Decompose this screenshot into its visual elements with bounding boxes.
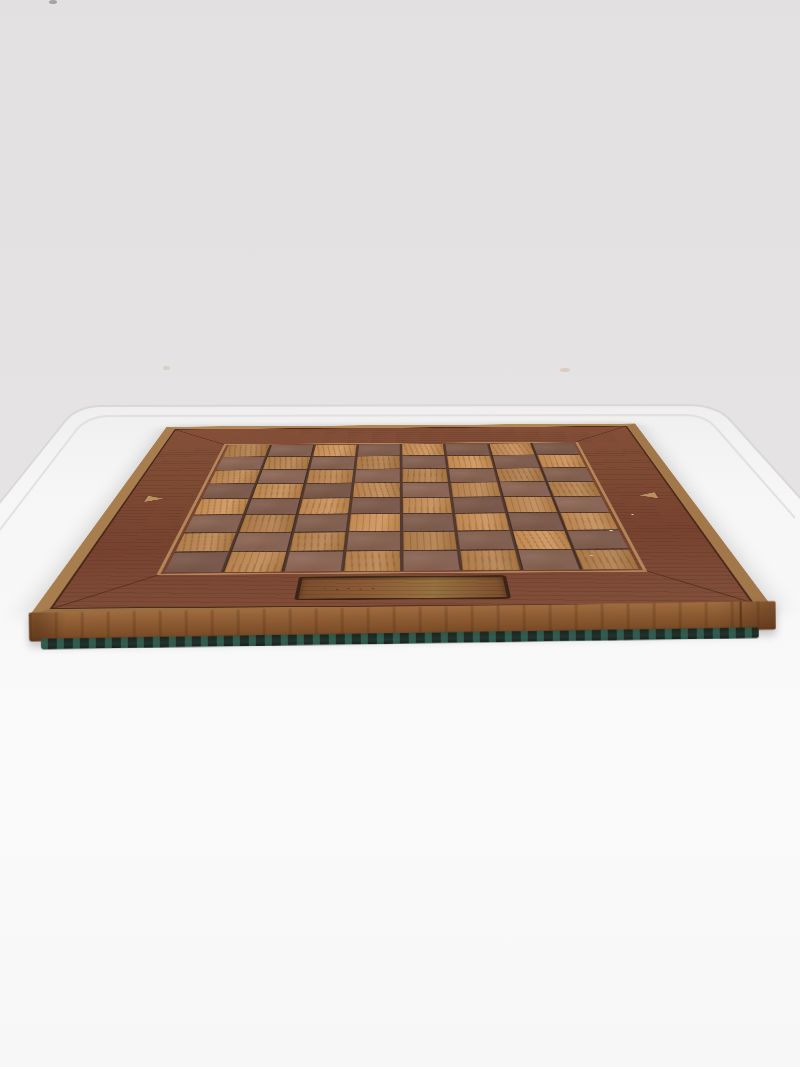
- illegible-stamp: [319, 587, 384, 592]
- board-square[interactable]: [298, 498, 349, 514]
- board-square[interactable]: [403, 514, 454, 531]
- board-square[interactable]: [225, 552, 286, 572]
- wood-seam: [740, 601, 742, 630]
- board-square[interactable]: [492, 455, 539, 467]
- board-square[interactable]: [310, 457, 355, 469]
- checkerboard-grid: [165, 443, 639, 572]
- board-square[interactable]: [175, 533, 235, 551]
- board-square[interactable]: [351, 498, 400, 514]
- board-square[interactable]: [210, 470, 260, 483]
- board-square[interactable]: [402, 456, 446, 468]
- board-square[interactable]: [223, 445, 269, 457]
- board-square[interactable]: [194, 499, 249, 515]
- board-square[interactable]: [403, 531, 457, 549]
- board-square[interactable]: [246, 499, 299, 515]
- board-square[interactable]: [306, 469, 353, 482]
- board-square[interactable]: [344, 551, 400, 571]
- board-square[interactable]: [575, 549, 639, 569]
- board-square[interactable]: [499, 482, 550, 496]
- board-scene: [112, 208, 691, 787]
- board-square[interactable]: [513, 531, 571, 549]
- board-square[interactable]: [548, 482, 601, 496]
- board-square[interactable]: [165, 552, 229, 572]
- board-square[interactable]: [403, 498, 452, 514]
- board-square[interactable]: [403, 483, 450, 497]
- board-square[interactable]: [554, 497, 609, 512]
- right-triangle-inlay: [638, 492, 659, 498]
- board-square[interactable]: [453, 497, 504, 513]
- board-square[interactable]: [349, 514, 400, 531]
- board-square[interactable]: [252, 484, 303, 498]
- board-square[interactable]: [356, 456, 400, 468]
- board-square[interactable]: [560, 513, 618, 530]
- board-square[interactable]: [403, 469, 449, 482]
- board-square[interactable]: [496, 468, 545, 481]
- board-square[interactable]: [403, 551, 459, 571]
- board-square[interactable]: [458, 531, 514, 549]
- board-square[interactable]: [461, 550, 520, 570]
- board-square[interactable]: [449, 468, 496, 481]
- board-square[interactable]: [489, 443, 534, 455]
- board-square[interactable]: [284, 551, 343, 571]
- board-square[interactable]: [302, 483, 351, 497]
- board-square[interactable]: [289, 532, 345, 550]
- board-square[interactable]: [268, 445, 313, 457]
- board-square[interactable]: [232, 533, 290, 551]
- board-square[interactable]: [217, 457, 265, 469]
- board-square[interactable]: [503, 497, 556, 513]
- board-square[interactable]: [451, 482, 500, 496]
- board-square[interactable]: [537, 455, 586, 467]
- board-square[interactable]: [294, 515, 347, 532]
- board-square[interactable]: [263, 457, 310, 469]
- board-square[interactable]: [508, 513, 564, 530]
- board-square[interactable]: [313, 445, 357, 457]
- board-square[interactable]: [447, 456, 492, 468]
- board-square[interactable]: [185, 515, 243, 532]
- board-square[interactable]: [354, 469, 399, 482]
- board-square[interactable]: [518, 550, 579, 570]
- board-square[interactable]: [353, 483, 400, 497]
- board-square[interactable]: [402, 444, 444, 456]
- board-square[interactable]: [542, 468, 593, 481]
- board-square[interactable]: [532, 443, 579, 455]
- board-assembly: [0, 0, 800, 1067]
- board-square[interactable]: [455, 513, 509, 530]
- board-square[interactable]: [567, 530, 628, 548]
- board-square[interactable]: [446, 444, 490, 456]
- board-square[interactable]: [258, 470, 307, 483]
- board-square[interactable]: [202, 484, 255, 498]
- board-top-surface: [30, 424, 775, 616]
- board-square[interactable]: [240, 515, 295, 532]
- board-square[interactable]: [358, 444, 400, 456]
- board-square[interactable]: [346, 532, 400, 550]
- nameplate-recess: [294, 575, 511, 600]
